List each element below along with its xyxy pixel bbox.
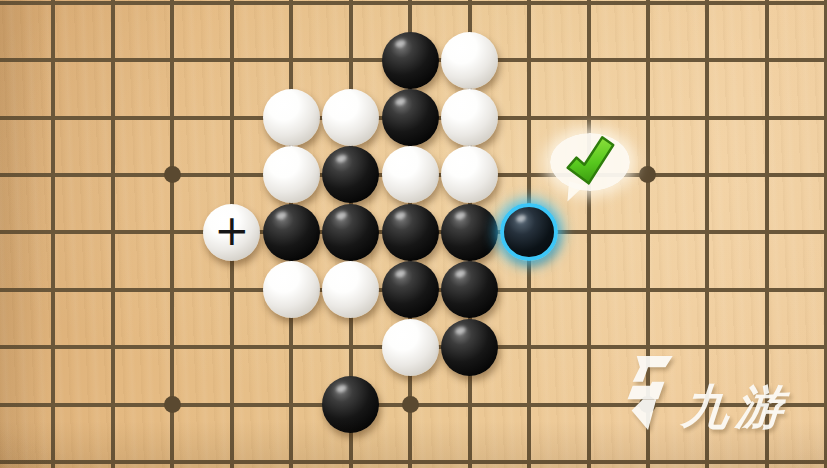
star-point bbox=[402, 396, 419, 413]
stone-white bbox=[382, 319, 439, 376]
grid-horizontal-line bbox=[0, 1, 827, 5]
stone-black bbox=[441, 204, 498, 261]
stone-white bbox=[441, 89, 498, 146]
watermark: 九游 bbox=[618, 354, 790, 439]
grid-horizontal-line bbox=[0, 460, 827, 464]
jiuyou-logo-icon bbox=[618, 354, 674, 432]
stone-black bbox=[322, 204, 379, 261]
stone-white bbox=[441, 146, 498, 203]
stone-black bbox=[382, 204, 439, 261]
watermark-text: 九游 bbox=[680, 376, 792, 439]
stone-white bbox=[382, 146, 439, 203]
stone-black bbox=[322, 376, 379, 433]
star-point bbox=[164, 396, 181, 413]
stone-black bbox=[382, 32, 439, 89]
stone-white bbox=[441, 32, 498, 89]
stone-white bbox=[263, 146, 320, 203]
stone-black bbox=[382, 89, 439, 146]
stone-black bbox=[441, 261, 498, 318]
stone-white bbox=[322, 89, 379, 146]
gomoku-board[interactable]: + 九游 bbox=[0, 0, 827, 468]
stone-black bbox=[382, 261, 439, 318]
stone-black-winning-move bbox=[500, 203, 558, 261]
stone-white bbox=[263, 261, 320, 318]
stone-black bbox=[441, 319, 498, 376]
stone-black bbox=[263, 204, 320, 261]
star-point bbox=[164, 166, 181, 183]
checkmark-icon bbox=[559, 133, 621, 189]
stone-white bbox=[263, 89, 320, 146]
stone-black bbox=[322, 146, 379, 203]
star-point bbox=[639, 166, 656, 183]
stone-white bbox=[322, 261, 379, 318]
last-move-plus-marker: + bbox=[203, 204, 260, 261]
stone-white: + bbox=[203, 204, 260, 261]
